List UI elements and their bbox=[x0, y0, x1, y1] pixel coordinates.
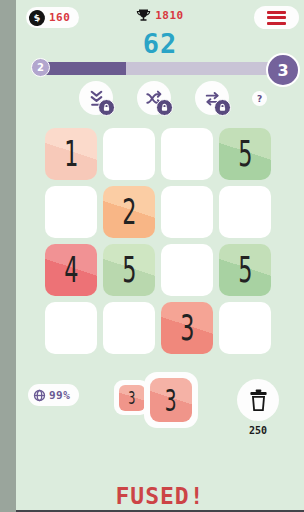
game-board: 1524553 bbox=[45, 128, 271, 354]
trash-count: 250 bbox=[237, 425, 279, 436]
board-tile-1[interactable]: 1 bbox=[45, 128, 97, 180]
help-button[interactable]: ? bbox=[252, 91, 267, 106]
board-cell-empty[interactable] bbox=[161, 244, 213, 296]
menu-button[interactable] bbox=[254, 6, 299, 29]
board-tile-5[interactable]: 5 bbox=[219, 244, 271, 296]
current-level-badge: 2 bbox=[31, 58, 50, 77]
powerup-swap-button[interactable] bbox=[195, 81, 229, 115]
board-cell-empty[interactable] bbox=[161, 128, 213, 180]
board-tile-3[interactable]: 3 bbox=[161, 302, 213, 354]
tile-value: 5 bbox=[238, 252, 252, 288]
board-tile-4[interactable]: 4 bbox=[45, 244, 97, 296]
tile-value: 1 bbox=[64, 136, 78, 172]
trophy-count: 1810 bbox=[155, 9, 184, 22]
globe-icon bbox=[33, 389, 46, 402]
next-tile-big: 3 bbox=[150, 378, 192, 422]
board-cell-empty[interactable] bbox=[103, 302, 155, 354]
tile-value: 5 bbox=[122, 252, 136, 288]
board-cell-empty[interactable] bbox=[161, 186, 213, 238]
next-tile-big-value: 3 bbox=[165, 383, 177, 418]
lock-icon bbox=[98, 99, 115, 116]
next-tile-small-value: 3 bbox=[128, 387, 135, 408]
game-screen: $ 160 1810 62 2 3 bbox=[16, 0, 304, 512]
next-tile-queue-first[interactable]: 3 bbox=[144, 372, 198, 428]
trash-icon bbox=[248, 389, 269, 412]
trash-button[interactable] bbox=[237, 379, 279, 421]
lock-icon bbox=[156, 99, 173, 116]
board-tile-5[interactable]: 5 bbox=[219, 128, 271, 180]
lock-icon bbox=[214, 99, 231, 116]
tile-value: 3 bbox=[180, 310, 194, 346]
board-tile-5[interactable]: 5 bbox=[103, 244, 155, 296]
next-level-badge: 3 bbox=[266, 53, 300, 87]
board-fill-percent: 99% bbox=[49, 389, 70, 402]
board-cell-empty[interactable] bbox=[103, 128, 155, 180]
game-title-banner: FUSED! bbox=[16, 483, 304, 509]
board-cell-empty[interactable] bbox=[219, 186, 271, 238]
tile-value: 5 bbox=[238, 136, 252, 172]
board-cell-empty[interactable] bbox=[219, 302, 271, 354]
next-tile-small: 3 bbox=[119, 385, 145, 411]
powerup-drop-tiles-button[interactable] bbox=[79, 81, 113, 115]
board-cell-empty[interactable] bbox=[45, 186, 97, 238]
level-progress-bar bbox=[33, 62, 279, 75]
tile-value: 4 bbox=[64, 252, 78, 288]
trophy-icon bbox=[136, 8, 151, 23]
board-tile-2[interactable]: 2 bbox=[103, 186, 155, 238]
tile-value: 2 bbox=[122, 194, 136, 230]
board-fill-indicator: 99% bbox=[28, 384, 79, 406]
board-cell-empty[interactable] bbox=[45, 302, 97, 354]
powerup-shuffle-button[interactable] bbox=[137, 81, 171, 115]
score-value: 62 bbox=[16, 28, 304, 59]
hamburger-icon bbox=[267, 11, 286, 14]
